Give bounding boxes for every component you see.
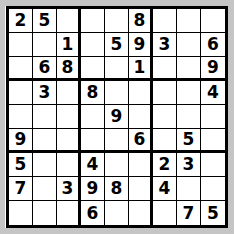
cell-r1c3[interactable] — [57, 9, 81, 33]
cell-r7c6[interactable] — [129, 153, 153, 177]
cell-r8c4: 9 — [81, 177, 105, 201]
cell-r7c7: 2 — [153, 153, 177, 177]
cell-r4c8[interactable] — [177, 81, 201, 105]
cell-r3c2: 6 — [33, 57, 57, 81]
cell-r2c4[interactable] — [81, 33, 105, 57]
cell-r2c9: 6 — [201, 33, 225, 57]
cell-r1c7[interactable] — [153, 9, 177, 33]
cell-r4c3[interactable] — [57, 81, 81, 105]
cell-r2c1[interactable] — [9, 33, 33, 57]
cell-r1c4[interactable] — [81, 9, 105, 33]
cell-r4c9: 4 — [201, 81, 225, 105]
cell-r8c3: 3 — [57, 177, 81, 201]
cell-r7c4: 4 — [81, 153, 105, 177]
cell-r5c8[interactable] — [177, 105, 201, 129]
cell-r3c8[interactable] — [177, 57, 201, 81]
cell-r6c4[interactable] — [81, 129, 105, 153]
cell-r7c9[interactable] — [201, 153, 225, 177]
cell-r5c3[interactable] — [57, 105, 81, 129]
sudoku-board: 2581593668193849965542373984675 — [6, 6, 228, 228]
cell-r2c2[interactable] — [33, 33, 57, 57]
cell-r2c7: 3 — [153, 33, 177, 57]
cell-r5c7[interactable] — [153, 105, 177, 129]
cell-r8c1: 7 — [9, 177, 33, 201]
cell-r3c1[interactable] — [9, 57, 33, 81]
cell-r3c4[interactable] — [81, 57, 105, 81]
cell-r9c7[interactable] — [153, 201, 177, 225]
cell-r9c6[interactable] — [129, 201, 153, 225]
cell-r1c9[interactable] — [201, 9, 225, 33]
cell-r5c9[interactable] — [201, 105, 225, 129]
cell-r3c5[interactable] — [105, 57, 129, 81]
cell-r6c2[interactable] — [33, 129, 57, 153]
cell-r9c5[interactable] — [105, 201, 129, 225]
cell-r4c4: 8 — [81, 81, 105, 105]
cell-r9c4: 6 — [81, 201, 105, 225]
cell-r6c7[interactable] — [153, 129, 177, 153]
cell-r8c5: 8 — [105, 177, 129, 201]
cell-r9c3[interactable] — [57, 201, 81, 225]
cell-r5c2[interactable] — [33, 105, 57, 129]
cell-r1c6: 8 — [129, 9, 153, 33]
cell-r6c1: 9 — [9, 129, 33, 153]
cell-r6c9[interactable] — [201, 129, 225, 153]
cell-r1c5[interactable] — [105, 9, 129, 33]
cell-r1c1: 2 — [9, 9, 33, 33]
cell-r4c6[interactable] — [129, 81, 153, 105]
cell-r1c2: 5 — [33, 9, 57, 33]
cell-r3c7[interactable] — [153, 57, 177, 81]
cell-r8c6[interactable] — [129, 177, 153, 201]
cell-r5c4[interactable] — [81, 105, 105, 129]
cell-r7c1: 5 — [9, 153, 33, 177]
cell-r2c5: 5 — [105, 33, 129, 57]
cell-r1c8[interactable] — [177, 9, 201, 33]
cell-r5c6[interactable] — [129, 105, 153, 129]
cell-r3c9: 9 — [201, 57, 225, 81]
cell-r6c3[interactable] — [57, 129, 81, 153]
cell-r2c6: 9 — [129, 33, 153, 57]
cell-r6c8: 5 — [177, 129, 201, 153]
cell-r9c8: 7 — [177, 201, 201, 225]
cell-r9c9: 5 — [201, 201, 225, 225]
cell-r6c6: 6 — [129, 129, 153, 153]
cell-r5c1[interactable] — [9, 105, 33, 129]
cell-r7c5[interactable] — [105, 153, 129, 177]
cell-r2c8[interactable] — [177, 33, 201, 57]
cell-r3c6: 1 — [129, 57, 153, 81]
cell-r7c3[interactable] — [57, 153, 81, 177]
cell-r8c7: 4 — [153, 177, 177, 201]
cell-r8c8[interactable] — [177, 177, 201, 201]
cell-r3c3: 8 — [57, 57, 81, 81]
cell-r8c9[interactable] — [201, 177, 225, 201]
cell-r4c5[interactable] — [105, 81, 129, 105]
cell-r7c8: 3 — [177, 153, 201, 177]
cell-r9c1[interactable] — [9, 201, 33, 225]
cell-r2c3: 1 — [57, 33, 81, 57]
cell-r4c7[interactable] — [153, 81, 177, 105]
cell-r9c2[interactable] — [33, 201, 57, 225]
cell-r4c1[interactable] — [9, 81, 33, 105]
cell-r6c5[interactable] — [105, 129, 129, 153]
cell-r7c2[interactable] — [33, 153, 57, 177]
cell-r8c2[interactable] — [33, 177, 57, 201]
cell-r5c5: 9 — [105, 105, 129, 129]
puzzle-page: 2581593668193849965542373984675 — [0, 0, 234, 234]
cell-r4c2: 3 — [33, 81, 57, 105]
